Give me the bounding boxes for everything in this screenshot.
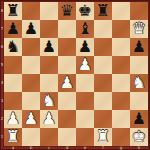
file-label-b: b	[22, 146, 40, 150]
square-d7[interactable]	[58, 20, 76, 38]
black-bishop-piece[interactable]: ♝	[78, 20, 92, 38]
black-queen-piece[interactable]: ♛	[60, 2, 74, 20]
square-f4[interactable]	[94, 74, 112, 92]
black-rook-piece[interactable]: ♜	[6, 2, 20, 20]
white-queen-piece[interactable]: ♛	[132, 20, 146, 38]
chess-board-screenshot: 87654321 ♜♛♚♜♟♟♝♛♞♟♟♟♟♟♞♞♟♟♟♟♜♜♚ abcdefg…	[0, 0, 150, 150]
square-h1[interactable]: ♚	[130, 128, 148, 146]
square-a5[interactable]	[4, 56, 22, 74]
square-h3[interactable]	[130, 92, 148, 110]
square-c7[interactable]	[40, 20, 58, 38]
square-d3[interactable]	[58, 92, 76, 110]
square-g7[interactable]	[112, 20, 130, 38]
square-e7[interactable]: ♝	[76, 20, 94, 38]
file-label-c: c	[40, 146, 58, 150]
square-f3[interactable]	[94, 92, 112, 110]
file-label-g: g	[112, 146, 130, 150]
square-b1[interactable]	[22, 128, 40, 146]
square-g4[interactable]	[112, 74, 130, 92]
square-b4[interactable]	[22, 74, 40, 92]
white-knight-piece[interactable]: ♞	[132, 74, 146, 92]
square-c4[interactable]	[40, 74, 58, 92]
square-f1[interactable]: ♜	[94, 128, 112, 146]
square-a8[interactable]: ♜	[4, 2, 22, 20]
square-d5[interactable]	[58, 56, 76, 74]
square-f2[interactable]	[94, 110, 112, 128]
square-g8[interactable]	[112, 2, 130, 20]
square-h2[interactable]: ♟	[130, 110, 148, 128]
white-pawn-piece[interactable]: ♟	[42, 110, 56, 128]
square-a4[interactable]	[4, 74, 22, 92]
square-e6[interactable]: ♟	[76, 38, 94, 56]
white-pawn-piece[interactable]: ♟	[78, 56, 92, 74]
square-d4[interactable]: ♟	[58, 74, 76, 92]
square-a7[interactable]: ♟	[4, 20, 22, 38]
black-king-piece[interactable]: ♚	[78, 2, 92, 20]
file-label-a: a	[4, 146, 22, 150]
square-a3[interactable]	[4, 92, 22, 110]
black-pawn-piece[interactable]: ♟	[132, 38, 146, 56]
square-f5[interactable]	[94, 56, 112, 74]
white-pawn-piece[interactable]: ♟	[6, 110, 20, 128]
square-d8[interactable]: ♛	[58, 2, 76, 20]
square-e2[interactable]	[76, 110, 94, 128]
square-h6[interactable]: ♟	[130, 38, 148, 56]
square-c8[interactable]	[40, 2, 58, 20]
square-b8[interactable]	[22, 2, 40, 20]
square-f7[interactable]	[94, 20, 112, 38]
file-coordinates: abcdefgh	[4, 146, 148, 150]
square-e1[interactable]	[76, 128, 94, 146]
white-pawn-piece[interactable]: ♟	[60, 74, 74, 92]
square-f8[interactable]: ♜	[94, 2, 112, 20]
square-c3[interactable]: ♞	[40, 92, 58, 110]
square-f6[interactable]	[94, 38, 112, 56]
square-h5[interactable]	[130, 56, 148, 74]
file-label-d: d	[58, 146, 76, 150]
square-b3[interactable]	[22, 92, 40, 110]
square-a1[interactable]: ♜	[4, 128, 22, 146]
square-e5[interactable]: ♟	[76, 56, 94, 74]
black-pawn-piece[interactable]: ♟	[132, 110, 146, 128]
square-g6[interactable]	[112, 38, 130, 56]
square-g1[interactable]	[112, 128, 130, 146]
square-g3[interactable]	[112, 92, 130, 110]
white-king-piece[interactable]: ♚	[132, 128, 146, 146]
black-pawn-piece[interactable]: ♟	[78, 38, 92, 56]
square-e3[interactable]	[76, 92, 94, 110]
square-h8[interactable]	[130, 2, 148, 20]
black-pawn-piece[interactable]: ♟	[24, 20, 38, 38]
square-d6[interactable]	[58, 38, 76, 56]
square-e8[interactable]: ♚	[76, 2, 94, 20]
square-e4[interactable]	[76, 74, 94, 92]
white-rook-piece[interactable]: ♜	[6, 128, 20, 146]
file-label-e: e	[76, 146, 94, 150]
square-b7[interactable]: ♟	[22, 20, 40, 38]
square-g2[interactable]	[112, 110, 130, 128]
square-h4[interactable]: ♞	[130, 74, 148, 92]
file-label-h: h	[130, 146, 148, 150]
white-pawn-piece[interactable]: ♟	[24, 110, 38, 128]
square-b5[interactable]	[22, 56, 40, 74]
square-c2[interactable]: ♟	[40, 110, 58, 128]
square-b6[interactable]	[22, 38, 40, 56]
square-h7[interactable]: ♛	[130, 20, 148, 38]
white-rook-piece[interactable]: ♜	[96, 128, 110, 146]
square-a6[interactable]: ♞	[4, 38, 22, 56]
square-c6[interactable]: ♟	[40, 38, 58, 56]
black-knight-piece[interactable]: ♞	[6, 38, 20, 56]
file-label-f: f	[94, 146, 112, 150]
square-b2[interactable]: ♟	[22, 110, 40, 128]
square-a2[interactable]: ♟	[4, 110, 22, 128]
square-g5[interactable]	[112, 56, 130, 74]
black-pawn-piece[interactable]: ♟	[42, 38, 56, 56]
square-c5[interactable]	[40, 56, 58, 74]
chess-board[interactable]: ♜♛♚♜♟♟♝♛♞♟♟♟♟♟♞♞♟♟♟♟♜♜♚	[4, 2, 148, 146]
white-knight-piece[interactable]: ♞	[42, 92, 56, 110]
square-d2[interactable]	[58, 110, 76, 128]
black-pawn-piece[interactable]: ♟	[6, 20, 20, 38]
black-rook-piece[interactable]: ♜	[96, 2, 110, 20]
square-d1[interactable]	[58, 128, 76, 146]
square-c1[interactable]	[40, 128, 58, 146]
